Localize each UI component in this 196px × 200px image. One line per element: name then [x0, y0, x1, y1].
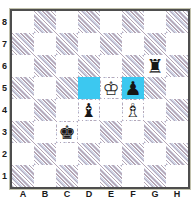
square-e2[interactable]: [100, 143, 122, 165]
square-f1[interactable]: [122, 165, 144, 187]
square-h5[interactable]: [166, 77, 188, 99]
square-b3[interactable]: [34, 121, 56, 143]
file-label-d: D: [78, 189, 100, 200]
rank-label-4: 4: [0, 99, 9, 121]
square-g1[interactable]: [144, 165, 166, 187]
square-a8[interactable]: [12, 11, 34, 33]
rank-label-1: 1: [0, 165, 9, 187]
square-g4[interactable]: [144, 99, 166, 121]
square-f2[interactable]: [122, 143, 144, 165]
black-rook[interactable]: ♜: [145, 56, 165, 76]
square-b8[interactable]: [34, 11, 56, 33]
square-a2[interactable]: [12, 143, 34, 165]
square-a7[interactable]: [12, 33, 34, 55]
square-e4[interactable]: [100, 99, 122, 121]
rank-label-5: 5: [0, 77, 9, 99]
square-b6[interactable]: [34, 55, 56, 77]
square-h8[interactable]: [166, 11, 188, 33]
file-label-a: A: [12, 189, 34, 200]
rank-label-2: 2: [0, 143, 9, 165]
square-e5[interactable]: ♔: [100, 77, 122, 99]
square-a1[interactable]: [12, 165, 34, 187]
black-king[interactable]: ♚: [57, 122, 77, 142]
square-g7[interactable]: [144, 33, 166, 55]
square-h7[interactable]: [166, 33, 188, 55]
square-c6[interactable]: [56, 55, 78, 77]
square-b2[interactable]: [34, 143, 56, 165]
square-g5[interactable]: [144, 77, 166, 99]
file-label-e: E: [100, 189, 122, 200]
square-d3[interactable]: [78, 121, 100, 143]
square-c3[interactable]: ♚: [56, 121, 78, 143]
square-e7[interactable]: [100, 33, 122, 55]
square-f6[interactable]: [122, 55, 144, 77]
square-a3[interactable]: [12, 121, 34, 143]
square-g6[interactable]: ♜: [144, 55, 166, 77]
rank-label-7: 7: [0, 33, 9, 55]
square-f4[interactable]: ♗: [122, 99, 144, 121]
square-h2[interactable]: [166, 143, 188, 165]
square-h4[interactable]: [166, 99, 188, 121]
square-b4[interactable]: [34, 99, 56, 121]
square-e8[interactable]: [100, 11, 122, 33]
rank-label-6: 6: [0, 55, 9, 77]
black-bishop[interactable]: ♝: [79, 100, 99, 120]
square-d5[interactable]: [78, 77, 100, 99]
rank-label-8: 8: [0, 11, 9, 33]
square-b5[interactable]: [34, 77, 56, 99]
file-label-f: F: [122, 189, 144, 200]
square-c1[interactable]: [56, 165, 78, 187]
square-e6[interactable]: [100, 55, 122, 77]
square-b7[interactable]: [34, 33, 56, 55]
file-label-g: G: [144, 189, 166, 200]
square-d4[interactable]: ♝: [78, 99, 100, 121]
square-d2[interactable]: [78, 143, 100, 165]
white-king[interactable]: ♔: [101, 78, 121, 98]
square-e1[interactable]: [100, 165, 122, 187]
white-bishop[interactable]: ♗: [123, 100, 143, 120]
square-f5[interactable]: ♟: [122, 77, 144, 99]
chess-board[interactable]: ♜♔♟♝♗♚: [10, 9, 190, 189]
square-d7[interactable]: [78, 33, 100, 55]
rank-label-3: 3: [0, 121, 9, 143]
square-g8[interactable]: [144, 11, 166, 33]
square-f3[interactable]: [122, 121, 144, 143]
square-d1[interactable]: [78, 165, 100, 187]
file-labels: ABCDEFGH: [12, 189, 188, 200]
square-b1[interactable]: [34, 165, 56, 187]
square-c4[interactable]: [56, 99, 78, 121]
chess-diagram: 87654321 ♜♔♟♝♗♚ ABCDEFGH: [0, 0, 196, 200]
square-a6[interactable]: [12, 55, 34, 77]
square-a4[interactable]: [12, 99, 34, 121]
square-d8[interactable]: [78, 11, 100, 33]
square-h3[interactable]: [166, 121, 188, 143]
file-label-b: B: [34, 189, 56, 200]
square-f7[interactable]: [122, 33, 144, 55]
square-c7[interactable]: [56, 33, 78, 55]
file-label-c: C: [56, 189, 78, 200]
square-f8[interactable]: [122, 11, 144, 33]
square-g3[interactable]: [144, 121, 166, 143]
square-h6[interactable]: [166, 55, 188, 77]
rank-labels: 87654321: [0, 11, 9, 187]
file-label-h: H: [166, 189, 188, 200]
square-c5[interactable]: [56, 77, 78, 99]
square-d6[interactable]: [78, 55, 100, 77]
square-c2[interactable]: [56, 143, 78, 165]
square-g2[interactable]: [144, 143, 166, 165]
square-h1[interactable]: [166, 165, 188, 187]
square-c8[interactable]: [56, 11, 78, 33]
black-pawn[interactable]: ♟: [123, 78, 143, 98]
square-e3[interactable]: [100, 121, 122, 143]
square-a5[interactable]: [12, 77, 34, 99]
